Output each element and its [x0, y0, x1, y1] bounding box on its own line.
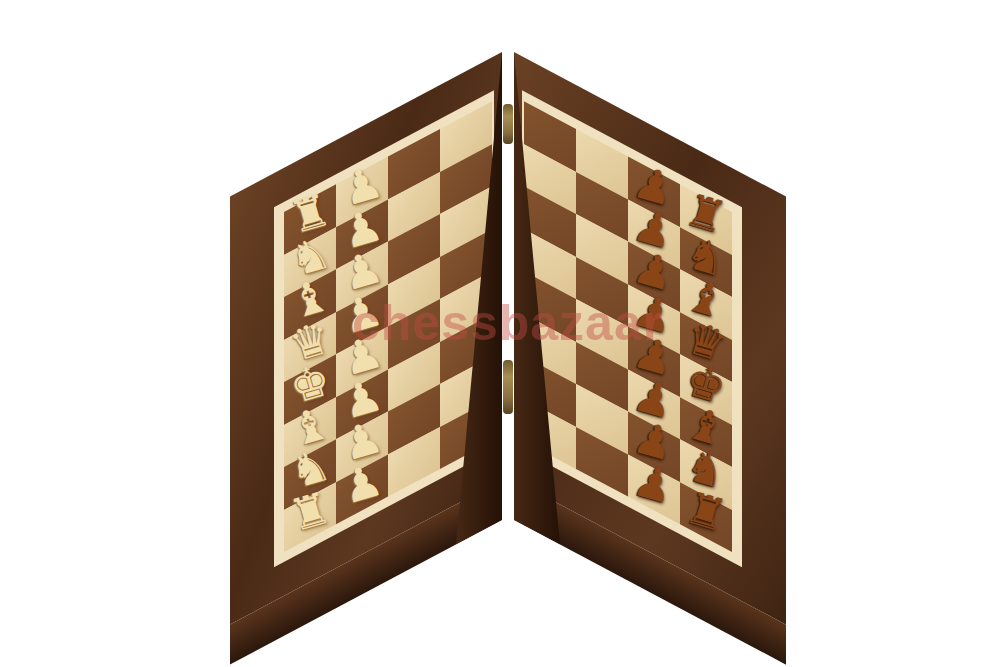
board-right-half: ♟♜♟♞♟♝♟♛♟♚♟♝♟♞♟♜	[514, 52, 786, 625]
left-half-grid: ♜♟♞♟♝♟♛♟♚♟♝♟♞♟♜♟	[284, 101, 492, 552]
brass-hinge-bottom	[503, 360, 513, 414]
board-left-half: ♜♟♞♟♝♟♛♟♚♟♝♟♞♟♜♟	[230, 52, 502, 625]
brass-hinge-top	[503, 104, 513, 144]
right-half-grid: ♟♜♟♞♟♝♟♛♟♚♟♝♟♞♟♜	[524, 101, 732, 552]
chess-set-photo: ♜♟♞♟♝♟♛♟♚♟♝♟♞♟♜♟ ♟♜♟♞♟♝♟♛♟♚♟♝♟♞♟♜ chessb…	[0, 0, 1000, 667]
